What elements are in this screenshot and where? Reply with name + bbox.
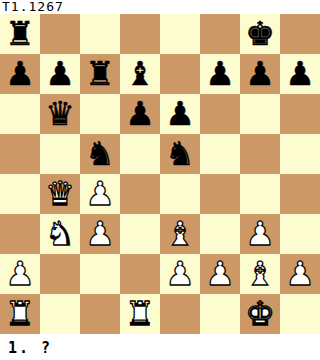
square-a7[interactable]: ♟ bbox=[0, 54, 40, 94]
square-d3[interactable] bbox=[120, 214, 160, 254]
square-e2[interactable]: ♟ bbox=[160, 254, 200, 294]
square-e1[interactable] bbox=[160, 294, 200, 334]
square-a2[interactable]: ♟ bbox=[0, 254, 40, 294]
square-a3[interactable] bbox=[0, 214, 40, 254]
white-pawn[interactable]: ♟ bbox=[285, 254, 315, 294]
square-b2[interactable] bbox=[40, 254, 80, 294]
square-g3[interactable]: ♟ bbox=[240, 214, 280, 254]
black-pawn[interactable]: ♟ bbox=[5, 54, 35, 94]
square-c1[interactable] bbox=[80, 294, 120, 334]
white-pawn[interactable]: ♟ bbox=[205, 254, 235, 294]
square-b3[interactable]: ♞ bbox=[40, 214, 80, 254]
square-d7[interactable]: ♝ bbox=[120, 54, 160, 94]
black-king[interactable]: ♚ bbox=[245, 14, 275, 54]
square-b4[interactable]: ♛ bbox=[40, 174, 80, 214]
black-knight[interactable]: ♞ bbox=[165, 134, 195, 174]
square-a6[interactable] bbox=[0, 94, 40, 134]
black-pawn[interactable]: ♟ bbox=[205, 54, 235, 94]
black-pawn[interactable]: ♟ bbox=[165, 94, 195, 134]
black-pawn[interactable]: ♟ bbox=[285, 54, 315, 94]
square-f6[interactable] bbox=[200, 94, 240, 134]
square-c6[interactable] bbox=[80, 94, 120, 134]
square-f8[interactable] bbox=[200, 14, 240, 54]
square-a8[interactable]: ♜ bbox=[0, 14, 40, 54]
square-h6[interactable] bbox=[280, 94, 320, 134]
square-e4[interactable] bbox=[160, 174, 200, 214]
square-g6[interactable] bbox=[240, 94, 280, 134]
white-knight[interactable]: ♞ bbox=[45, 214, 75, 254]
white-queen[interactable]: ♛ bbox=[45, 174, 75, 214]
white-king[interactable]: ♚ bbox=[245, 294, 275, 334]
square-g8[interactable]: ♚ bbox=[240, 14, 280, 54]
square-f2[interactable]: ♟ bbox=[200, 254, 240, 294]
black-pawn[interactable]: ♟ bbox=[245, 54, 275, 94]
square-a4[interactable] bbox=[0, 174, 40, 214]
square-b6[interactable]: ♛ bbox=[40, 94, 80, 134]
white-rook[interactable]: ♜ bbox=[5, 294, 35, 334]
square-g1[interactable]: ♚ bbox=[240, 294, 280, 334]
white-pawn[interactable]: ♟ bbox=[85, 174, 115, 214]
square-h1[interactable] bbox=[280, 294, 320, 334]
square-h5[interactable] bbox=[280, 134, 320, 174]
square-e5[interactable]: ♞ bbox=[160, 134, 200, 174]
black-queen[interactable]: ♛ bbox=[45, 94, 75, 134]
square-e7[interactable] bbox=[160, 54, 200, 94]
square-f1[interactable] bbox=[200, 294, 240, 334]
square-c7[interactable]: ♜ bbox=[80, 54, 120, 94]
square-d1[interactable]: ♜ bbox=[120, 294, 160, 334]
square-c4[interactable]: ♟ bbox=[80, 174, 120, 214]
white-pawn[interactable]: ♟ bbox=[5, 254, 35, 294]
square-b1[interactable] bbox=[40, 294, 80, 334]
chess-board: ♜♚♟♟♜♝♟♟♟♛♟♟♞♞♛♟♞♟♝♟♟♟♟♝♟♜♜♚ bbox=[0, 14, 320, 334]
square-b8[interactable] bbox=[40, 14, 80, 54]
white-pawn[interactable]: ♟ bbox=[245, 214, 275, 254]
square-h3[interactable] bbox=[280, 214, 320, 254]
square-d4[interactable] bbox=[120, 174, 160, 214]
square-c2[interactable] bbox=[80, 254, 120, 294]
black-knight[interactable]: ♞ bbox=[85, 134, 115, 174]
black-rook[interactable]: ♜ bbox=[5, 14, 35, 54]
square-h8[interactable] bbox=[280, 14, 320, 54]
square-c8[interactable] bbox=[80, 14, 120, 54]
square-a1[interactable]: ♜ bbox=[0, 294, 40, 334]
black-rook[interactable]: ♜ bbox=[85, 54, 115, 94]
black-bishop[interactable]: ♝ bbox=[125, 54, 155, 94]
square-g4[interactable] bbox=[240, 174, 280, 214]
square-b7[interactable]: ♟ bbox=[40, 54, 80, 94]
square-g5[interactable] bbox=[240, 134, 280, 174]
square-d8[interactable] bbox=[120, 14, 160, 54]
black-pawn[interactable]: ♟ bbox=[45, 54, 75, 94]
square-e6[interactable]: ♟ bbox=[160, 94, 200, 134]
square-g2[interactable]: ♝ bbox=[240, 254, 280, 294]
square-f3[interactable] bbox=[200, 214, 240, 254]
square-d6[interactable]: ♟ bbox=[120, 94, 160, 134]
square-b5[interactable] bbox=[40, 134, 80, 174]
square-e3[interactable]: ♝ bbox=[160, 214, 200, 254]
square-a5[interactable] bbox=[0, 134, 40, 174]
square-c5[interactable]: ♞ bbox=[80, 134, 120, 174]
square-f4[interactable] bbox=[200, 174, 240, 214]
square-f5[interactable] bbox=[200, 134, 240, 174]
square-d2[interactable] bbox=[120, 254, 160, 294]
square-h2[interactable]: ♟ bbox=[280, 254, 320, 294]
square-h4[interactable] bbox=[280, 174, 320, 214]
black-pawn[interactable]: ♟ bbox=[125, 94, 155, 134]
white-rook[interactable]: ♜ bbox=[125, 294, 155, 334]
square-e8[interactable] bbox=[160, 14, 200, 54]
square-d5[interactable] bbox=[120, 134, 160, 174]
white-pawn[interactable]: ♟ bbox=[165, 254, 195, 294]
square-c3[interactable]: ♟ bbox=[80, 214, 120, 254]
puzzle-title: T1.1267 bbox=[0, 0, 320, 14]
move-prompt: 1. ? bbox=[0, 334, 320, 360]
white-bishop[interactable]: ♝ bbox=[245, 254, 275, 294]
square-g7[interactable]: ♟ bbox=[240, 54, 280, 94]
square-f7[interactable]: ♟ bbox=[200, 54, 240, 94]
white-pawn[interactable]: ♟ bbox=[85, 214, 115, 254]
square-h7[interactable]: ♟ bbox=[280, 54, 320, 94]
white-bishop[interactable]: ♝ bbox=[165, 214, 195, 254]
